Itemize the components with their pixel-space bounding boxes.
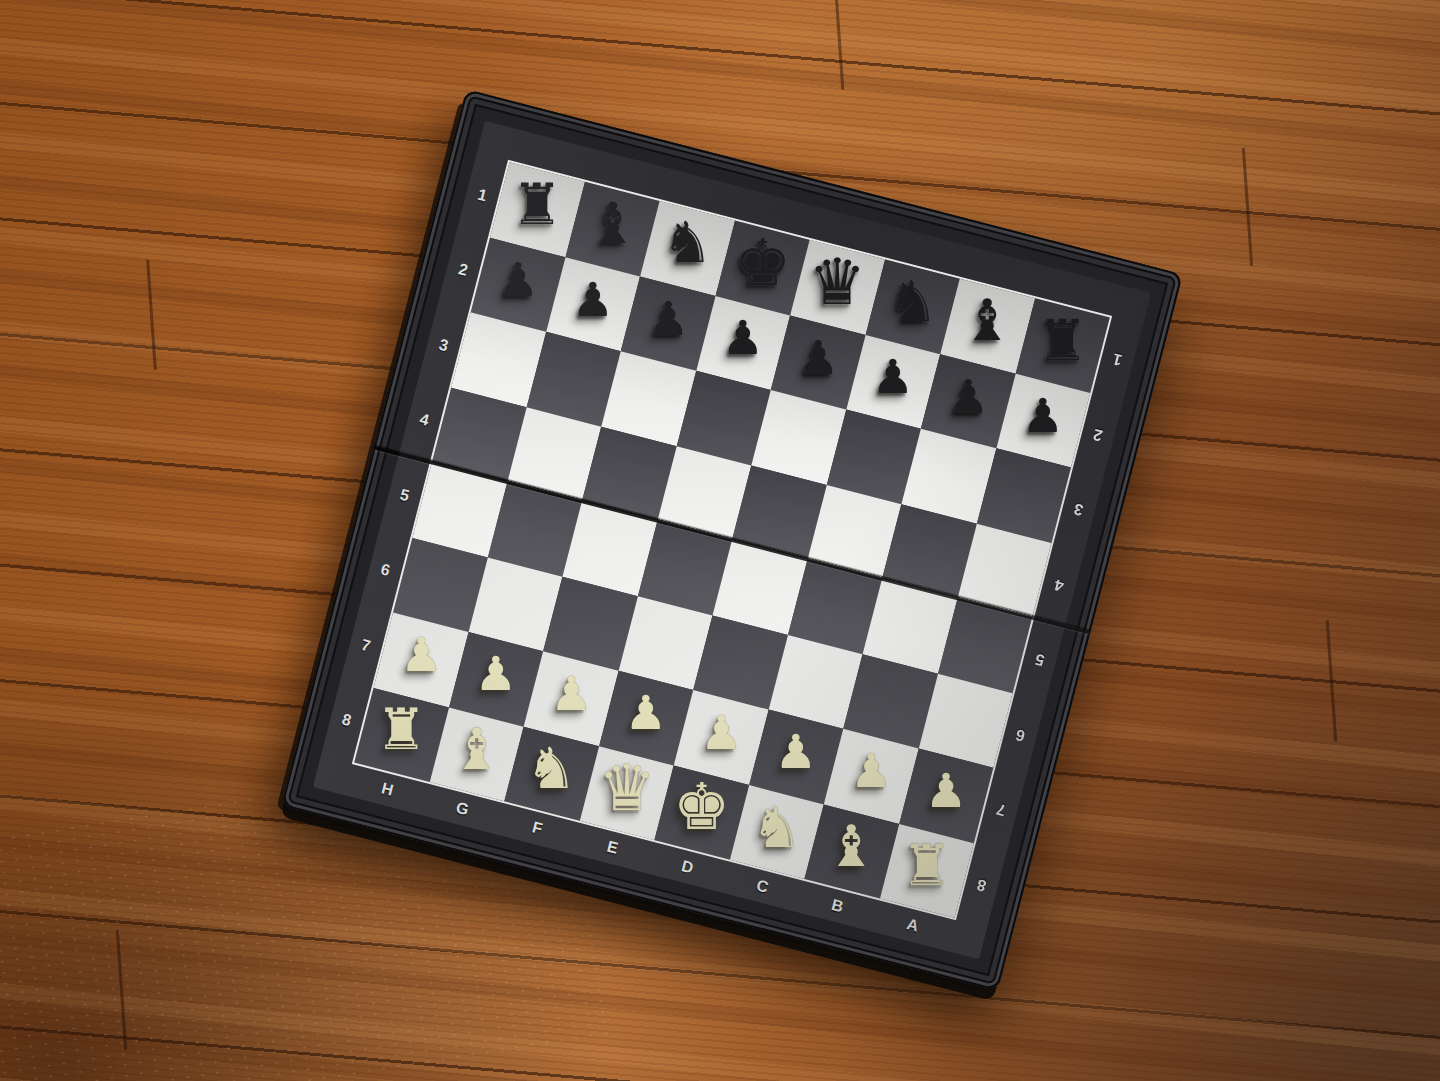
piece-white-rook: ♜ <box>376 701 427 758</box>
piece-white-pawn: ♟ <box>925 767 967 814</box>
plank-joint <box>835 0 845 90</box>
piece-black-pawn: ♟ <box>572 275 614 322</box>
piece-white-bishop: ♝ <box>451 721 502 778</box>
piece-white-pawn: ♟ <box>475 651 517 698</box>
plank-joint <box>146 260 157 370</box>
piece-black-pawn: ♟ <box>797 334 839 381</box>
piece-black-bishop: ♝ <box>587 195 638 252</box>
piece-black-king: ♚ <box>734 231 791 295</box>
plank-joint <box>1242 148 1253 266</box>
piece-black-rook: ♜ <box>1037 312 1088 369</box>
piece-black-knight: ♞ <box>662 215 713 272</box>
plank-joint <box>116 930 127 1050</box>
chess-board: ♜♝♞♚♛♞♝♜♟♟♟♟♟♟♟♟♟♟♟♟♟♟♟♟♜♝♞♛♚♞♝♜ 1234567… <box>281 89 1183 991</box>
piece-white-bishop: ♝ <box>826 818 877 875</box>
piece-black-pawn: ♟ <box>1022 392 1064 439</box>
piece-black-rook: ♜ <box>512 176 563 233</box>
piece-white-knight: ♞ <box>751 798 802 855</box>
piece-white-queen: ♛ <box>598 756 655 820</box>
piece-black-queen: ♛ <box>809 250 866 314</box>
piece-black-knight: ♞ <box>887 273 938 330</box>
plank-joint <box>1326 620 1338 742</box>
piece-white-king: ♚ <box>673 775 730 839</box>
piece-black-pawn: ♟ <box>947 372 989 419</box>
piece-white-pawn: ♟ <box>775 728 817 775</box>
piece-white-pawn: ♟ <box>700 709 742 756</box>
piece-black-bishop: ♝ <box>962 292 1013 349</box>
piece-white-knight: ♞ <box>526 740 577 797</box>
piece-black-pawn: ♟ <box>497 256 539 303</box>
piece-black-pawn: ♟ <box>722 314 764 361</box>
piece-white-pawn: ♟ <box>550 670 592 717</box>
piece-black-pawn: ♟ <box>647 295 689 342</box>
piece-white-rook: ♜ <box>901 837 952 894</box>
piece-white-pawn: ♟ <box>625 689 667 736</box>
photo-scene: ♜♝♞♚♛♞♝♜♟♟♟♟♟♟♟♟♟♟♟♟♟♟♟♟♜♝♞♛♚♞♝♜ 1234567… <box>0 0 1440 1081</box>
piece-black-pawn: ♟ <box>872 353 914 400</box>
piece-white-pawn: ♟ <box>400 631 442 678</box>
piece-white-pawn: ♟ <box>850 748 892 795</box>
